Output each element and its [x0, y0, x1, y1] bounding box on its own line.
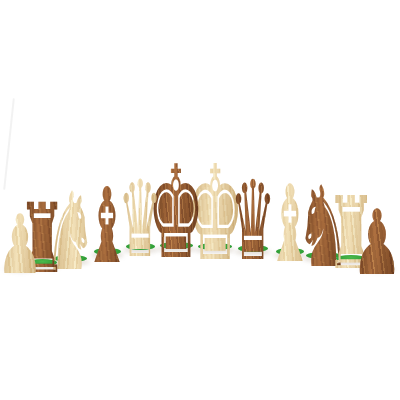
light-pawn-piece: ♟ [0, 204, 44, 286]
chess-set-product-photo: ♟♜♞♝♛♚♚♛♝♞♜♟ [0, 0, 400, 400]
backdrop-crease [3, 98, 15, 190]
dark-pawn-piece: ♟ [351, 198, 400, 288]
